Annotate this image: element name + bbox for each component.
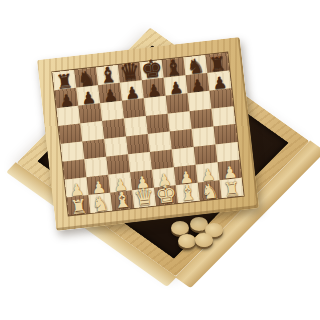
chess-board-grid: ♜♞♝♛♚♝♞♜♟♟♟♟♟♟♟♟♟♟♟♟♟♟♟♟♜♞♝♛♚♝♞♜ [52, 53, 243, 216]
square-f1[interactable]: ♝ [176, 183, 200, 203]
square-b1[interactable]: ♞ [89, 193, 113, 213]
square-h1[interactable]: ♜ [220, 178, 244, 198]
square-c1[interactable]: ♝ [110, 190, 134, 210]
piece-white-rook[interactable]: ♜ [69, 196, 88, 217]
checker-piece[interactable] [171, 221, 189, 235]
piece-white-bishop[interactable]: ♝ [177, 182, 198, 205]
piece-white-knight[interactable]: ♞ [91, 193, 111, 215]
piece-white-rook[interactable]: ♜ [222, 179, 241, 200]
square-g1[interactable]: ♞ [198, 180, 222, 200]
checker-piece[interactable] [195, 233, 213, 247]
square-a1[interactable]: ♜ [67, 195, 91, 215]
checker-piece[interactable] [178, 234, 196, 248]
square-d1[interactable]: ♛ [132, 188, 156, 208]
chess-board: ♜♞♝♛♚♝♞♜♟♟♟♟♟♟♟♟♟♟♟♟♟♟♟♟♜♞♝♛♚♝♞♜ [37, 37, 259, 231]
piece-white-knight[interactable]: ♞ [200, 180, 220, 202]
product-photo: ♜♞♝♛♚♝♞♜♟♟♟♟♟♟♟♟♟♟♟♟♟♟♟♟♜♞♝♛♚♝♞♜ [0, 0, 320, 320]
piece-white-queen[interactable]: ♛ [133, 185, 156, 210]
square-e1[interactable]: ♚ [154, 185, 178, 205]
piece-white-king[interactable]: ♚ [154, 181, 178, 207]
piece-white-bishop[interactable]: ♝ [112, 189, 133, 212]
